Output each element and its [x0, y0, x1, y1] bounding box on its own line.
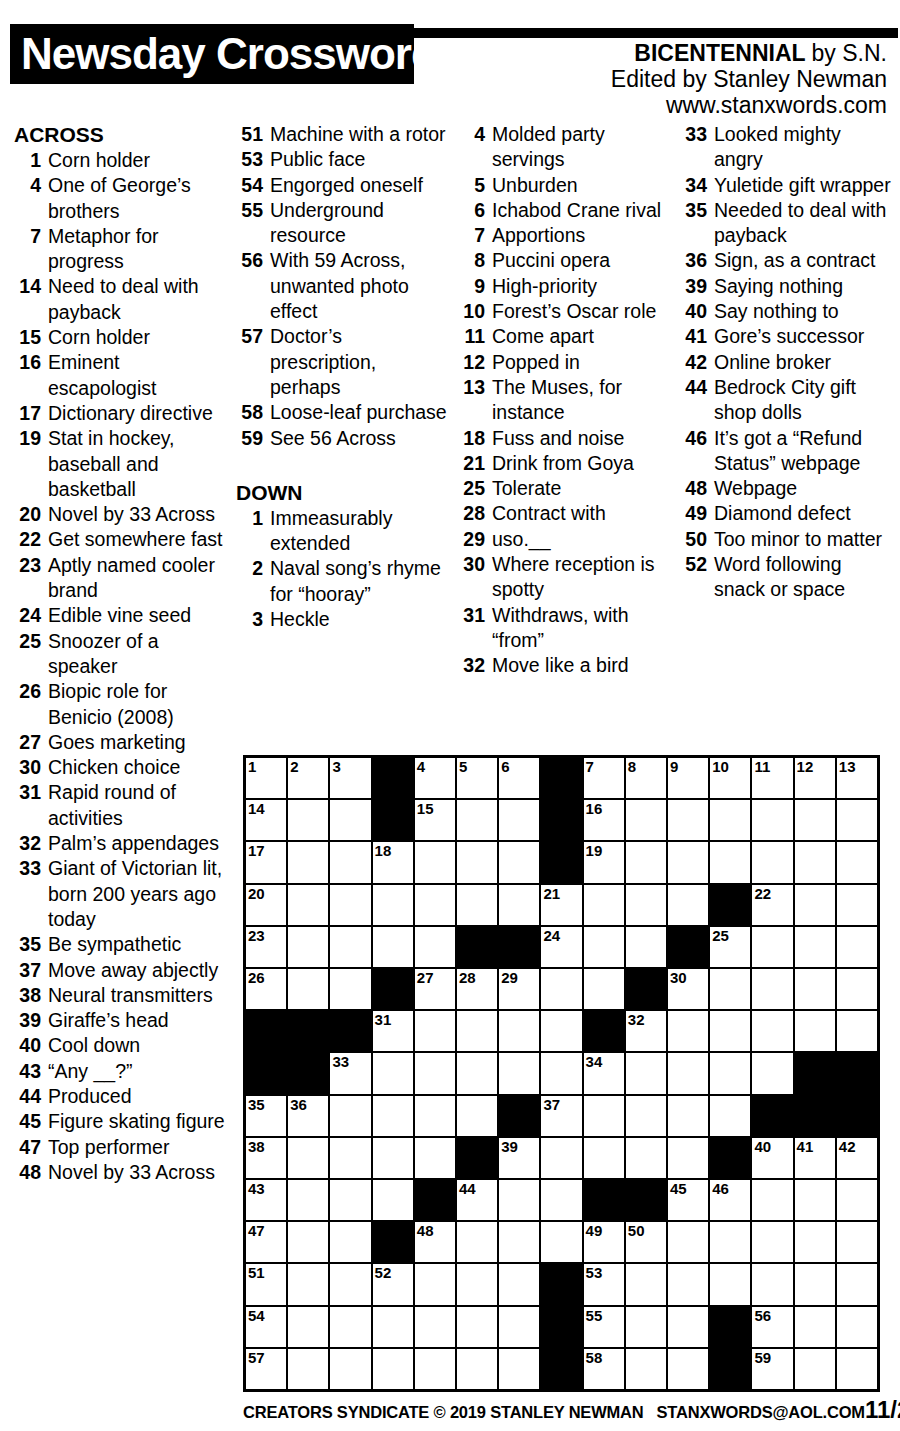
- clue-text: Chicken choice: [48, 755, 228, 780]
- clue-across-23: 23Aptly named cooler brand: [10, 553, 228, 604]
- grid-cell-r10c14[interactable]: 41: [795, 1138, 835, 1178]
- cell-number: 36: [290, 1096, 307, 1113]
- grid-cell-r15c5[interactable]: [415, 1349, 455, 1389]
- cell-number: 19: [586, 842, 603, 859]
- clue-down-49: 49Diamond defect: [676, 501, 894, 526]
- clue-text: Dictionary directive: [48, 401, 228, 426]
- clue-across-22: 22Get somewhere fast: [10, 527, 228, 552]
- clue-down-39: 39Saying nothing: [676, 274, 894, 299]
- grid-cell-r1c1[interactable]: 1: [246, 758, 286, 798]
- grid-cell-r2c2[interactable]: [288, 800, 328, 840]
- grid-cell-r9c8[interactable]: 37: [541, 1096, 581, 1136]
- grid-cell-r5c5[interactable]: [415, 927, 455, 967]
- cell-number: 44: [459, 1180, 476, 1197]
- grid-cell-r8c10[interactable]: [626, 1053, 666, 1093]
- grid-cell-r6c13[interactable]: [752, 969, 792, 1009]
- clue-text: Move like a bird: [492, 653, 672, 678]
- grid-cell-r13c6[interactable]: [457, 1264, 497, 1304]
- grid-cell-r12c2[interactable]: [288, 1222, 328, 1262]
- grid-cell-r2c13[interactable]: [752, 800, 792, 840]
- grid-cell-r13c14[interactable]: [795, 1264, 835, 1304]
- grid-cell-r1c10[interactable]: 8: [626, 758, 666, 798]
- grid-cell-r12c9[interactable]: 49: [584, 1222, 624, 1262]
- grid-cell-r7c10[interactable]: 32: [626, 1011, 666, 1051]
- grid-cell-r4c8[interactable]: 21: [541, 885, 581, 925]
- clue-number: 32: [10, 831, 41, 856]
- grid-cell-r13c11[interactable]: [668, 1264, 708, 1304]
- grid-cell-r12c7[interactable]: [499, 1222, 539, 1262]
- grid-cell-r4c11[interactable]: [668, 885, 708, 925]
- grid-cell-black-r3c8: [541, 842, 581, 882]
- grid-cell-r13c12[interactable]: [710, 1264, 750, 1304]
- grid-cell-r11c3[interactable]: [330, 1180, 370, 1220]
- clue-down-44: 44Bedrock City gift shop dolls: [676, 375, 894, 426]
- grid-cell-r12c14[interactable]: [795, 1222, 835, 1262]
- clue-text: Too minor to matter: [714, 527, 894, 552]
- grid-cell-black-r8c15: [837, 1053, 877, 1093]
- grid-cell-r5c14[interactable]: [795, 927, 835, 967]
- cell-number: 29: [501, 969, 518, 986]
- grid-cell-r8c7[interactable]: [499, 1053, 539, 1093]
- grid-cell-r12c11[interactable]: [668, 1222, 708, 1262]
- grid-cell-r11c12[interactable]: 46: [710, 1180, 750, 1220]
- grid-cell-r5c9[interactable]: [584, 927, 624, 967]
- puzzle-title-line: BICENTENNIALby S.N.: [611, 40, 887, 66]
- grid-cell-r9c12[interactable]: [710, 1096, 750, 1136]
- grid-cell-r1c6[interactable]: 5: [457, 758, 497, 798]
- grid-cell-r14c11[interactable]: [668, 1307, 708, 1347]
- grid-cell-r2c14[interactable]: [795, 800, 835, 840]
- cell-number: 10: [712, 758, 729, 775]
- grid-cell-r7c13[interactable]: [752, 1011, 792, 1051]
- puzzle-author: by S.N.: [812, 40, 887, 66]
- grid-cell-black-r15c12: [710, 1349, 750, 1389]
- grid-cell-r6c14[interactable]: [795, 969, 835, 1009]
- grid-cell-r5c13[interactable]: [752, 927, 792, 967]
- grid-cell-r14c10[interactable]: [626, 1307, 666, 1347]
- grid-cell-r6c9[interactable]: [584, 969, 624, 1009]
- grid-cell-r3c15[interactable]: [837, 842, 877, 882]
- grid-cell-r8c4[interactable]: [373, 1053, 413, 1093]
- clue-across-47: 47Top performer: [10, 1135, 228, 1160]
- grid-cell-r14c6[interactable]: [457, 1307, 497, 1347]
- grid-cell-r15c9[interactable]: 58: [584, 1349, 624, 1389]
- grid-cell-r12c1[interactable]: 47: [246, 1222, 286, 1262]
- grid-cell-r7c4[interactable]: 31: [373, 1011, 413, 1051]
- clue-across-56: 56With 59 Across, unwanted photo effect: [232, 248, 450, 324]
- clue-text: Aptly named cooler brand: [48, 553, 228, 604]
- grid-cell-r6c11[interactable]: 30: [668, 969, 708, 1009]
- clue-text: Giraffe’s head: [48, 1008, 228, 1033]
- clue-text: Molded party servings: [492, 122, 672, 173]
- clue-text: Edible vine seed: [48, 603, 228, 628]
- grid-cell-r9c5[interactable]: [415, 1096, 455, 1136]
- grid-cell-r6c15[interactable]: [837, 969, 877, 1009]
- grid-cell-r5c8[interactable]: 24: [541, 927, 581, 967]
- grid-cell-r10c9[interactable]: [584, 1138, 624, 1178]
- grid-cell-r5c12[interactable]: 25: [710, 927, 750, 967]
- grid-cell-r7c6[interactable]: [457, 1011, 497, 1051]
- clue-down-8: 8Puccini opera: [454, 248, 672, 273]
- grid-cell-r14c3[interactable]: [330, 1307, 370, 1347]
- grid-cell-r14c5[interactable]: [415, 1307, 455, 1347]
- grid-cell-r5c3[interactable]: [330, 927, 370, 967]
- grid-cell-black-r9c7: [499, 1096, 539, 1136]
- clue-down-42: 42Online broker: [676, 350, 894, 375]
- grid-cell-r1c7[interactable]: 6: [499, 758, 539, 798]
- cell-number: 30: [670, 969, 687, 986]
- grid-cell-r10c10[interactable]: [626, 1138, 666, 1178]
- clue-down-40: 40Say nothing to: [676, 299, 894, 324]
- grid-cell-r13c3[interactable]: [330, 1264, 370, 1304]
- cell-number: 8: [628, 758, 636, 775]
- grid-cell-r12c13[interactable]: [752, 1222, 792, 1262]
- grid-cell-r13c5[interactable]: [415, 1264, 455, 1304]
- grid-cell-r10c4[interactable]: [373, 1138, 413, 1178]
- grid-cell-r11c1[interactable]: 43: [246, 1180, 286, 1220]
- grid-cell-r9c3[interactable]: [330, 1096, 370, 1136]
- cell-number: 28: [459, 969, 476, 986]
- clue-across-7: 7Metaphor for progress: [10, 224, 228, 275]
- grid-cell-r9c4[interactable]: [373, 1096, 413, 1136]
- grid-cell-r3c2[interactable]: [288, 842, 328, 882]
- grid-cell-r6c6[interactable]: 28: [457, 969, 497, 1009]
- grid-cell-r8c12[interactable]: [710, 1053, 750, 1093]
- clue-number: 30: [10, 755, 41, 780]
- grid-cell-r3c10[interactable]: [626, 842, 666, 882]
- clue-across-54: 54Engorged oneself: [232, 173, 450, 198]
- grid-cell-r4c4[interactable]: [373, 885, 413, 925]
- grid-cell-r2c10[interactable]: [626, 800, 666, 840]
- clue-text: Produced: [48, 1084, 228, 1109]
- grid-cell-r4c1[interactable]: 20: [246, 885, 286, 925]
- clue-number: 55: [232, 198, 263, 249]
- grid-cell-r14c2[interactable]: [288, 1307, 328, 1347]
- grid-cell-r1c12[interactable]: 10: [710, 758, 750, 798]
- grid-cell-r9c9[interactable]: [584, 1096, 624, 1136]
- clue-number: 24: [10, 603, 41, 628]
- grid-cell-r4c6[interactable]: [457, 885, 497, 925]
- clue-number: 52: [676, 552, 707, 603]
- grid-cell-r10c13[interactable]: 40: [752, 1138, 792, 1178]
- grid-cell-r1c14[interactable]: 12: [795, 758, 835, 798]
- grid-cell-r6c12[interactable]: [710, 969, 750, 1009]
- grid-cell-black-r15c8: [541, 1349, 581, 1389]
- clue-text: Webpage: [714, 476, 894, 501]
- grid-cell-r11c8[interactable]: [541, 1180, 581, 1220]
- clue-number: 4: [454, 122, 485, 173]
- grid-cell-black-r9c14: [795, 1096, 835, 1136]
- grid-cell-r1c13[interactable]: 11: [752, 758, 792, 798]
- grid-cell-r13c10[interactable]: [626, 1264, 666, 1304]
- grid-cell-r2c5[interactable]: 15: [415, 800, 455, 840]
- clue-down-35: 35Needed to deal with payback: [676, 198, 894, 249]
- grid-cell-r4c5[interactable]: [415, 885, 455, 925]
- cell-number: 5: [459, 758, 467, 775]
- clue-number: 23: [10, 553, 41, 604]
- clue-number: 35: [676, 198, 707, 249]
- footer-syndicate: CREATORS SYNDICATE © 2019 STANLEY NEWMAN: [243, 1403, 644, 1422]
- grid-cell-r9c11[interactable]: [668, 1096, 708, 1136]
- grid-cell-r11c15[interactable]: [837, 1180, 877, 1220]
- grid-cell-r7c5[interactable]: [415, 1011, 455, 1051]
- grid-cell-r14c9[interactable]: 55: [584, 1307, 624, 1347]
- clue-number: 7: [10, 224, 41, 275]
- cell-number: 14: [248, 800, 265, 817]
- grid-cell-r2c12[interactable]: [710, 800, 750, 840]
- grid-cell-r3c14[interactable]: [795, 842, 835, 882]
- grid-cell-r15c11[interactable]: [668, 1349, 708, 1389]
- grid-cell-r12c6[interactable]: [457, 1222, 497, 1262]
- grid-cell-r8c9[interactable]: 34: [584, 1053, 624, 1093]
- cell-number: 40: [754, 1138, 771, 1155]
- grid-cell-r4c2[interactable]: [288, 885, 328, 925]
- clue-number: 1: [232, 506, 263, 557]
- grid-cell-r5c2[interactable]: [288, 927, 328, 967]
- grid-cell-r2c3[interactable]: [330, 800, 370, 840]
- grid-cell-r3c3[interactable]: [330, 842, 370, 882]
- clue-text: Biopic role for Benicio (2008): [48, 679, 228, 730]
- grid-cell-black-r7c3: [330, 1011, 370, 1051]
- grid-cell-r6c7[interactable]: 29: [499, 969, 539, 1009]
- clue-number: 42: [676, 350, 707, 375]
- grid-cell-r15c1[interactable]: 57: [246, 1349, 286, 1389]
- grid-cell-r13c1[interactable]: 51: [246, 1264, 286, 1304]
- page: { "game": "crossword", "header": { "mast…: [0, 0, 900, 1431]
- grid-cell-r15c10[interactable]: [626, 1349, 666, 1389]
- clue-number: 35: [10, 932, 41, 957]
- grid-cell-r8c8[interactable]: [541, 1053, 581, 1093]
- cell-number: 1: [248, 758, 256, 775]
- grid-cell-r15c15[interactable]: [837, 1349, 877, 1389]
- grid-cell-black-r8c14: [795, 1053, 835, 1093]
- clue-text: Palm’s appendages: [48, 831, 228, 856]
- grid-cell-r1c3[interactable]: 3: [330, 758, 370, 798]
- grid-cell-r8c3[interactable]: 33: [330, 1053, 370, 1093]
- grid-cell-r10c11[interactable]: [668, 1138, 708, 1178]
- grid-cell-r13c9[interactable]: 53: [584, 1264, 624, 1304]
- grid-cell-r2c1[interactable]: 14: [246, 800, 286, 840]
- grid-cell-r7c11[interactable]: [668, 1011, 708, 1051]
- clue-number: 27: [10, 730, 41, 755]
- clue-text: Word following snack or space: [714, 552, 894, 603]
- grid-cell-r12c15[interactable]: [837, 1222, 877, 1262]
- grid-cell-r2c6[interactable]: [457, 800, 497, 840]
- clue-number: 40: [676, 299, 707, 324]
- grid-cell-r12c5[interactable]: 48: [415, 1222, 455, 1262]
- grid-cell-r10c3[interactable]: [330, 1138, 370, 1178]
- grid-cell-r10c5[interactable]: [415, 1138, 455, 1178]
- grid-cell-r15c6[interactable]: [457, 1349, 497, 1389]
- grid-cell-r1c5[interactable]: 4: [415, 758, 455, 798]
- clue-column-2: 51Machine with a rotor53Public face54Eng…: [232, 122, 450, 632]
- grid-cell-r3c12[interactable]: [710, 842, 750, 882]
- clue-number: 50: [676, 527, 707, 552]
- clue-text: Cool down: [48, 1033, 228, 1058]
- grid-cell-r12c10[interactable]: 50: [626, 1222, 666, 1262]
- grid-cell-r11c14[interactable]: [795, 1180, 835, 1220]
- clue-across-55: 55Underground resource: [232, 198, 450, 249]
- grid-cell-black-r5c6: [457, 927, 497, 967]
- grid-cell-r7c14[interactable]: [795, 1011, 835, 1051]
- grid-cell-r15c3[interactable]: [330, 1349, 370, 1389]
- grid-cell-r10c1[interactable]: 38: [246, 1138, 286, 1178]
- grid-cell-r13c13[interactable]: [752, 1264, 792, 1304]
- cell-number: 33: [332, 1053, 349, 1070]
- grid-cell-black-r11c10: [626, 1180, 666, 1220]
- grid-cell-r7c7[interactable]: [499, 1011, 539, 1051]
- grid-cell-r14c15[interactable]: [837, 1307, 877, 1347]
- cell-number: 55: [586, 1307, 603, 1324]
- grid-cell-r5c10[interactable]: [626, 927, 666, 967]
- grid-cell-r12c8[interactable]: [541, 1222, 581, 1262]
- grid-cell-r3c7[interactable]: [499, 842, 539, 882]
- grid-cell-r10c7[interactable]: 39: [499, 1138, 539, 1178]
- clue-down-13: 13The Muses, for instance: [454, 375, 672, 426]
- grid-cell-r2c7[interactable]: [499, 800, 539, 840]
- grid-cell-r15c7[interactable]: [499, 1349, 539, 1389]
- grid-cell-r7c12[interactable]: [710, 1011, 750, 1051]
- grid-cell-r9c6[interactable]: [457, 1096, 497, 1136]
- grid-cell-r13c7[interactable]: [499, 1264, 539, 1304]
- grid-cell-r7c15[interactable]: [837, 1011, 877, 1051]
- grid-cell-r6c2[interactable]: [288, 969, 328, 1009]
- cell-number: 51: [248, 1264, 265, 1281]
- grid-cell-r8c13[interactable]: [752, 1053, 792, 1093]
- grid-cell-r14c13[interactable]: 56: [752, 1307, 792, 1347]
- grid-cell-r3c11[interactable]: [668, 842, 708, 882]
- cell-number: 47: [248, 1222, 265, 1239]
- grid-cell-r15c14[interactable]: [795, 1349, 835, 1389]
- grid-cell-r14c7[interactable]: [499, 1307, 539, 1347]
- grid-cell-r13c4[interactable]: 52: [373, 1264, 413, 1304]
- grid-cell-r8c5[interactable]: [415, 1053, 455, 1093]
- cell-number: 13: [839, 758, 856, 775]
- cell-number: 50: [628, 1222, 645, 1239]
- clue-text: Engorged oneself: [270, 173, 450, 198]
- grid-cell-r7c8[interactable]: [541, 1011, 581, 1051]
- grid-cell-r10c15[interactable]: 42: [837, 1138, 877, 1178]
- cell-number: 27: [417, 969, 434, 986]
- clue-down-11: 11Come apart: [454, 324, 672, 349]
- grid-cell-r1c15[interactable]: 13: [837, 758, 877, 798]
- grid-cell-black-r1c8: [541, 758, 581, 798]
- grid-cell-r6c3[interactable]: [330, 969, 370, 1009]
- masthead-banner: Newsday Crossword: [10, 24, 414, 84]
- clue-number: 41: [676, 324, 707, 349]
- grid-cell-r5c1[interactable]: 23: [246, 927, 286, 967]
- grid-cell-r3c5[interactable]: [415, 842, 455, 882]
- grid-cell-r8c6[interactable]: [457, 1053, 497, 1093]
- grid-cell-r10c8[interactable]: [541, 1138, 581, 1178]
- grid-cell-r3c4[interactable]: 18: [373, 842, 413, 882]
- grid-cell-r8c11[interactable]: [668, 1053, 708, 1093]
- cell-number: 25: [712, 927, 729, 944]
- grid-cell-r4c7[interactable]: [499, 885, 539, 925]
- clue-down-52: 52Word following snack or space: [676, 552, 894, 603]
- clue-number: 3: [232, 607, 263, 632]
- clue-number: 21: [454, 451, 485, 476]
- grid-cell-r3c9[interactable]: 19: [584, 842, 624, 882]
- clue-text: Corn holder: [48, 148, 228, 173]
- cell-number: 23: [248, 927, 265, 944]
- grid-cell-r13c15[interactable]: [837, 1264, 877, 1304]
- grid-cell-r4c9[interactable]: [584, 885, 624, 925]
- grid-cell-r2c15[interactable]: [837, 800, 877, 840]
- grid-cell-r15c2[interactable]: [288, 1349, 328, 1389]
- clue-down-12: 12Popped in: [454, 350, 672, 375]
- grid-cell-r2c11[interactable]: [668, 800, 708, 840]
- clue-text: Fuss and noise: [492, 426, 672, 451]
- grid-cell-r15c4[interactable]: [373, 1349, 413, 1389]
- grid-cell-r11c6[interactable]: 44: [457, 1180, 497, 1220]
- grid-cell-r1c9[interactable]: 7: [584, 758, 624, 798]
- grid-cell-r1c2[interactable]: 2: [288, 758, 328, 798]
- cell-number: 35: [248, 1096, 265, 1113]
- grid-cell-r14c1[interactable]: 54: [246, 1307, 286, 1347]
- clue-number: 33: [10, 856, 41, 932]
- grid-cell-r1c11[interactable]: 9: [668, 758, 708, 798]
- grid-cell-r15c13[interactable]: 59: [752, 1349, 792, 1389]
- grid-cell-r11c2[interactable]: [288, 1180, 328, 1220]
- clue-text: “Any __?”: [48, 1059, 228, 1084]
- clue-text: Needed to deal with payback: [714, 198, 894, 249]
- clue-number: 14: [10, 274, 41, 325]
- grid-cell-r3c6[interactable]: [457, 842, 497, 882]
- clue-number: 59: [232, 426, 263, 451]
- grid-cell-r6c5[interactable]: 27: [415, 969, 455, 1009]
- clue-number: 11: [454, 324, 485, 349]
- grid-cell-r3c13[interactable]: [752, 842, 792, 882]
- grid-cell-r12c12[interactable]: [710, 1222, 750, 1262]
- grid-cell-r11c13[interactable]: [752, 1180, 792, 1220]
- grid-cell-r4c13[interactable]: 22: [752, 885, 792, 925]
- grid-cell-r5c15[interactable]: [837, 927, 877, 967]
- grid-cell-r11c4[interactable]: [373, 1180, 413, 1220]
- grid-cell-r13c2[interactable]: [288, 1264, 328, 1304]
- grid-cell-r12c3[interactable]: [330, 1222, 370, 1262]
- clue-across-27: 27Goes marketing: [10, 730, 228, 755]
- clue-down-41: 41Gore’s successor: [676, 324, 894, 349]
- grid-cell-r5c4[interactable]: [373, 927, 413, 967]
- grid-cell-r2c9[interactable]: 16: [584, 800, 624, 840]
- grid-cell-r14c4[interactable]: [373, 1307, 413, 1347]
- clue-across-20: 20Novel by 33 Across: [10, 502, 228, 527]
- puzzle-byline-block: BICENTENNIALby S.N. Edited by Stanley Ne…: [611, 40, 887, 118]
- grid-cell-r4c3[interactable]: [330, 885, 370, 925]
- grid-cell-r4c15[interactable]: [837, 885, 877, 925]
- crossword-grid: 1234567891011121314151617181920212223242…: [243, 755, 880, 1392]
- grid-cell-r11c11[interactable]: 45: [668, 1180, 708, 1220]
- grid-cell-r9c10[interactable]: [626, 1096, 666, 1136]
- grid-cell-r6c8[interactable]: [541, 969, 581, 1009]
- clue-text: Stat in hockey, baseball and basketball: [48, 426, 228, 502]
- grid-cell-r14c14[interactable]: [795, 1307, 835, 1347]
- clue-text: Public face: [270, 147, 450, 172]
- grid-cell-r3c1[interactable]: 17: [246, 842, 286, 882]
- grid-cell-r10c2[interactable]: [288, 1138, 328, 1178]
- grid-cell-r4c14[interactable]: [795, 885, 835, 925]
- grid-cell-r11c7[interactable]: [499, 1180, 539, 1220]
- grid-cell-r4c10[interactable]: [626, 885, 666, 925]
- grid-cell-r6c1[interactable]: 26: [246, 969, 286, 1009]
- grid-cell-r9c2[interactable]: 36: [288, 1096, 328, 1136]
- clue-across-4: 4One of George’s brothers: [10, 173, 228, 224]
- grid-cell-black-r10c6: [457, 1138, 497, 1178]
- across-section-header: ACROSS: [10, 122, 228, 148]
- grid-cell-black-r7c9: [584, 1011, 624, 1051]
- grid-cell-r9c1[interactable]: 35: [246, 1096, 286, 1136]
